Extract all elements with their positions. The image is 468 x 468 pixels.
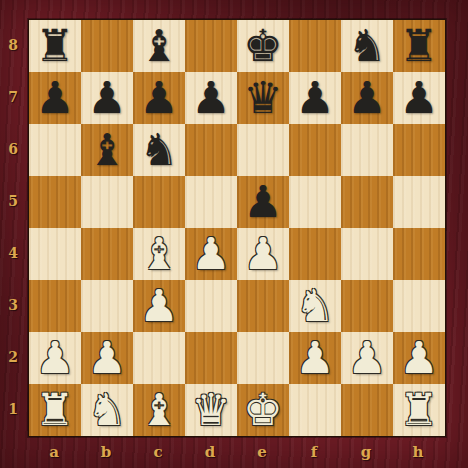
square-a8[interactable]: ♜	[29, 20, 81, 72]
piece-black-pawn-a7[interactable]: ♟	[29, 72, 81, 124]
rank-label-5: 5	[0, 175, 26, 227]
piece-black-queen-e7[interactable]: ♛	[237, 72, 289, 124]
square-e6[interactable]	[237, 124, 289, 176]
square-h2[interactable]: ♟	[393, 332, 445, 384]
square-a2[interactable]: ♟	[29, 332, 81, 384]
square-d3[interactable]	[185, 280, 237, 332]
piece-black-pawn-e5[interactable]: ♟	[237, 176, 289, 228]
chessboard-frame: ♜♝♚♞♜♟♟♟♟♛♟♟♟♝♞♟♝♟♟♟♞♟♟♟♟♟♜♞♝♛♚♜ 8765432…	[0, 0, 468, 468]
square-h6[interactable]	[393, 124, 445, 176]
file-label-g: g	[340, 439, 392, 465]
piece-black-pawn-b7[interactable]: ♟	[81, 72, 133, 124]
square-d2[interactable]	[185, 332, 237, 384]
square-b5[interactable]	[81, 176, 133, 228]
square-f3[interactable]: ♞	[289, 280, 341, 332]
file-label-f: f	[288, 439, 340, 465]
square-f6[interactable]	[289, 124, 341, 176]
piece-white-pawn-a2[interactable]: ♟	[29, 332, 81, 384]
square-e3[interactable]	[237, 280, 289, 332]
square-b2[interactable]: ♟	[81, 332, 133, 384]
piece-white-bishop-c4[interactable]: ♝	[133, 228, 185, 280]
piece-black-pawn-c7[interactable]: ♟	[133, 72, 185, 124]
square-h8[interactable]: ♜	[393, 20, 445, 72]
piece-black-rook-a8[interactable]: ♜	[29, 20, 81, 72]
square-b4[interactable]	[81, 228, 133, 280]
file-label-b: b	[80, 439, 132, 465]
square-c3[interactable]: ♟	[133, 280, 185, 332]
square-g6[interactable]	[341, 124, 393, 176]
square-f5[interactable]	[289, 176, 341, 228]
piece-black-pawn-d7[interactable]: ♟	[185, 72, 237, 124]
square-c5[interactable]	[133, 176, 185, 228]
square-e5[interactable]: ♟	[237, 176, 289, 228]
square-h4[interactable]	[393, 228, 445, 280]
square-d7[interactable]: ♟	[185, 72, 237, 124]
square-e1[interactable]: ♚	[237, 384, 289, 436]
rank-label-1: 1	[0, 383, 26, 435]
square-c1[interactable]: ♝	[133, 384, 185, 436]
square-d6[interactable]	[185, 124, 237, 176]
file-label-a: a	[28, 439, 80, 465]
file-label-d: d	[184, 439, 236, 465]
rank-label-4: 4	[0, 227, 26, 279]
rank-label-8: 8	[0, 19, 26, 71]
rank-label-7: 7	[0, 71, 26, 123]
square-d1[interactable]: ♛	[185, 384, 237, 436]
piece-black-rook-h8[interactable]: ♜	[393, 20, 445, 72]
square-a1[interactable]: ♜	[29, 384, 81, 436]
piece-black-bishop-b6[interactable]: ♝	[81, 124, 133, 176]
square-f1[interactable]	[289, 384, 341, 436]
square-d4[interactable]: ♟	[185, 228, 237, 280]
chessboard: ♜♝♚♞♜♟♟♟♟♛♟♟♟♝♞♟♝♟♟♟♞♟♟♟♟♟♜♞♝♛♚♜	[28, 19, 446, 437]
square-d8[interactable]	[185, 20, 237, 72]
square-b8[interactable]	[81, 20, 133, 72]
piece-white-knight-b1[interactable]: ♞	[81, 384, 133, 436]
file-label-h: h	[392, 439, 444, 465]
piece-white-bishop-c1[interactable]: ♝	[133, 384, 185, 436]
piece-white-pawn-h2[interactable]: ♟	[393, 332, 445, 384]
piece-black-king-e8[interactable]: ♚	[237, 20, 289, 72]
square-c6[interactable]: ♞	[133, 124, 185, 176]
piece-black-bishop-c8[interactable]: ♝	[133, 20, 185, 72]
file-label-c: c	[132, 439, 184, 465]
rank-label-3: 3	[0, 279, 26, 331]
square-d5[interactable]	[185, 176, 237, 228]
square-c8[interactable]: ♝	[133, 20, 185, 72]
square-g2[interactable]: ♟	[341, 332, 393, 384]
piece-white-knight-f3[interactable]: ♞	[289, 280, 341, 332]
square-c2[interactable]	[133, 332, 185, 384]
square-h1[interactable]: ♜	[393, 384, 445, 436]
piece-black-pawn-f7[interactable]: ♟	[289, 72, 341, 124]
square-f2[interactable]: ♟	[289, 332, 341, 384]
square-f8[interactable]	[289, 20, 341, 72]
square-b7[interactable]: ♟	[81, 72, 133, 124]
square-e4[interactable]: ♟	[237, 228, 289, 280]
square-g7[interactable]: ♟	[341, 72, 393, 124]
square-g3[interactable]	[341, 280, 393, 332]
piece-white-pawn-g2[interactable]: ♟	[341, 332, 393, 384]
square-e8[interactable]: ♚	[237, 20, 289, 72]
piece-black-knight-c6[interactable]: ♞	[133, 124, 185, 176]
square-a7[interactable]: ♟	[29, 72, 81, 124]
square-f7[interactable]: ♟	[289, 72, 341, 124]
piece-white-pawn-b2[interactable]: ♟	[81, 332, 133, 384]
square-a4[interactable]	[29, 228, 81, 280]
square-g5[interactable]	[341, 176, 393, 228]
square-g8[interactable]: ♞	[341, 20, 393, 72]
square-g4[interactable]	[341, 228, 393, 280]
piece-black-pawn-g7[interactable]: ♟	[341, 72, 393, 124]
piece-black-knight-g8[interactable]: ♞	[341, 20, 393, 72]
square-h5[interactable]	[393, 176, 445, 228]
square-e7[interactable]: ♛	[237, 72, 289, 124]
square-e2[interactable]	[237, 332, 289, 384]
square-b6[interactable]: ♝	[81, 124, 133, 176]
rank-label-6: 6	[0, 123, 26, 175]
piece-white-pawn-f2[interactable]: ♟	[289, 332, 341, 384]
piece-white-pawn-d4[interactable]: ♟	[185, 228, 237, 280]
piece-white-king-e1[interactable]: ♚	[237, 384, 289, 436]
square-b1[interactable]: ♞	[81, 384, 133, 436]
square-b3[interactable]	[81, 280, 133, 332]
piece-white-queen-d1[interactable]: ♛	[185, 384, 237, 436]
square-a6[interactable]	[29, 124, 81, 176]
square-g1[interactable]	[341, 384, 393, 436]
rank-label-2: 2	[0, 331, 26, 383]
piece-white-rook-a1[interactable]: ♜	[29, 384, 81, 436]
square-h3[interactable]	[393, 280, 445, 332]
square-h7[interactable]: ♟	[393, 72, 445, 124]
piece-white-pawn-c3[interactable]: ♟	[133, 280, 185, 332]
file-label-e: e	[236, 439, 288, 465]
square-c4[interactable]: ♝	[133, 228, 185, 280]
square-a5[interactable]	[29, 176, 81, 228]
piece-black-pawn-h7[interactable]: ♟	[393, 72, 445, 124]
square-c7[interactable]: ♟	[133, 72, 185, 124]
square-a3[interactable]	[29, 280, 81, 332]
piece-white-pawn-e4[interactable]: ♟	[237, 228, 289, 280]
square-f4[interactable]	[289, 228, 341, 280]
piece-white-rook-h1[interactable]: ♜	[393, 384, 445, 436]
